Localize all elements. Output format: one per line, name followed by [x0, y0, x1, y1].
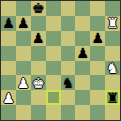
square-b3[interactable]: ♟ — [16, 75, 31, 90]
square-b2[interactable] — [16, 90, 31, 105]
square-e2[interactable] — [61, 90, 76, 105]
square-f5[interactable]: ♟ — [75, 46, 90, 61]
piece-black-pawn[interactable]: ♟ — [17, 16, 30, 30]
square-d3[interactable] — [46, 75, 61, 90]
square-d5[interactable] — [46, 46, 61, 61]
square-f4[interactable] — [75, 61, 90, 76]
square-c4[interactable] — [31, 61, 46, 76]
square-c8[interactable]: ♚ — [31, 1, 46, 16]
square-e4[interactable] — [61, 61, 76, 76]
piece-black-pawn[interactable]: ♟ — [32, 31, 45, 45]
square-c5[interactable] — [31, 46, 46, 61]
square-d7[interactable] — [46, 16, 61, 31]
square-e8[interactable] — [61, 1, 76, 16]
square-c2[interactable] — [31, 90, 46, 105]
square-a2[interactable]: ♟ — [1, 90, 16, 105]
square-e7[interactable] — [61, 16, 76, 31]
square-e3[interactable]: ♞ — [61, 75, 76, 90]
square-c6[interactable]: ♟ — [31, 31, 46, 46]
piece-black-rook[interactable]: ♜ — [106, 90, 119, 104]
piece-black-king[interactable]: ♚ — [32, 1, 45, 15]
square-h1[interactable] — [105, 105, 120, 120]
square-c3[interactable]: ♚ — [31, 75, 46, 90]
square-b5[interactable] — [16, 46, 31, 61]
square-f2[interactable] — [75, 90, 90, 105]
square-g7[interactable] — [90, 16, 105, 31]
piece-white-pawn[interactable]: ♟ — [2, 90, 15, 104]
square-g6[interactable]: ♟ — [90, 31, 105, 46]
square-h6[interactable] — [105, 31, 120, 46]
square-d1[interactable] — [46, 105, 61, 120]
square-a4[interactable] — [1, 61, 16, 76]
square-h4[interactable]: ♞ — [105, 61, 120, 76]
square-g5[interactable] — [90, 46, 105, 61]
square-d6[interactable] — [46, 31, 61, 46]
square-e5[interactable] — [61, 46, 76, 61]
square-d2[interactable] — [46, 90, 61, 105]
square-g2[interactable] — [90, 90, 105, 105]
piece-white-rook[interactable]: ♜ — [106, 16, 119, 30]
piece-white-knight[interactable]: ♞ — [106, 61, 119, 75]
square-c1[interactable] — [31, 105, 46, 120]
square-g8[interactable] — [90, 1, 105, 16]
square-b6[interactable] — [16, 31, 31, 46]
square-h8[interactable] — [105, 1, 120, 16]
square-f1[interactable] — [75, 105, 90, 120]
square-g3[interactable] — [90, 75, 105, 90]
square-f7[interactable] — [75, 16, 90, 31]
piece-white-king[interactable]: ♚ — [32, 75, 45, 89]
square-h7[interactable]: ♜ — [105, 16, 120, 31]
square-a6[interactable] — [1, 31, 16, 46]
piece-black-pawn[interactable]: ♟ — [91, 31, 104, 45]
square-a3[interactable] — [1, 75, 16, 90]
square-h5[interactable] — [105, 46, 120, 61]
square-c7[interactable] — [31, 16, 46, 31]
square-h3[interactable] — [105, 75, 120, 90]
square-h2[interactable]: ♜ — [105, 90, 120, 105]
square-b7[interactable]: ♟ — [16, 16, 31, 31]
square-a7[interactable]: ♟ — [1, 16, 16, 31]
square-d8[interactable] — [46, 1, 61, 16]
square-b4[interactable] — [16, 61, 31, 76]
square-e6[interactable] — [61, 31, 76, 46]
square-f6[interactable] — [75, 31, 90, 46]
square-f8[interactable] — [75, 1, 90, 16]
square-a1[interactable] — [1, 105, 16, 120]
square-e1[interactable] — [61, 105, 76, 120]
piece-black-pawn[interactable]: ♟ — [2, 16, 15, 30]
square-a5[interactable] — [1, 46, 16, 61]
piece-black-knight[interactable]: ♞ — [62, 75, 75, 89]
square-a8[interactable] — [1, 1, 16, 16]
chess-board: ♚♟♟♜♟♟♟♞♟♚♞♟♜ — [0, 0, 121, 121]
piece-black-pawn[interactable]: ♟ — [77, 46, 90, 60]
piece-white-pawn[interactable]: ♟ — [17, 75, 30, 89]
square-b1[interactable] — [16, 105, 31, 120]
square-b8[interactable] — [16, 1, 31, 16]
square-g4[interactable] — [90, 61, 105, 76]
square-f3[interactable] — [75, 75, 90, 90]
square-g1[interactable] — [90, 105, 105, 120]
square-d4[interactable] — [46, 61, 61, 76]
